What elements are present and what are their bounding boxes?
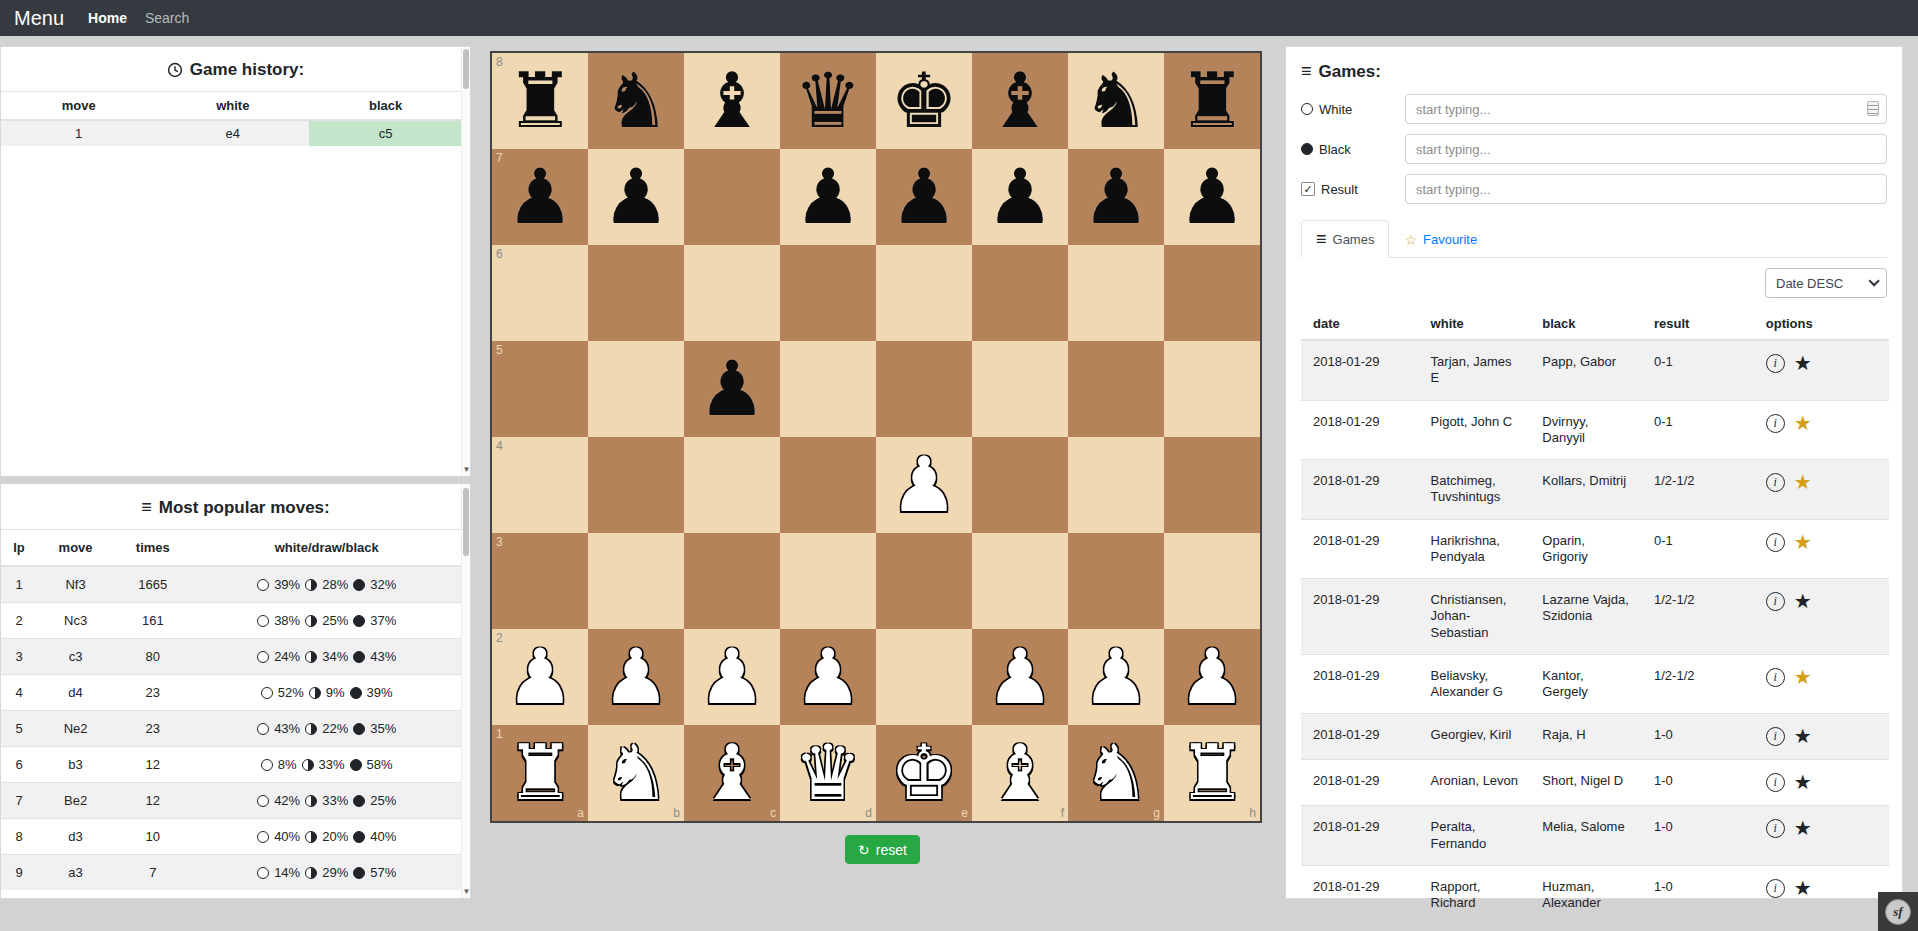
times-value: 161 [114,603,191,639]
black-rook[interactable]: ♜ [506,53,574,149]
black-move[interactable]: c5 [309,120,462,146]
move-number: 1 [1,120,156,146]
square-f1[interactable]: f♝ [972,725,1068,821]
info-icon[interactable]: i [1766,354,1785,373]
lp-value: 4 [1,675,37,711]
sort-select-value: Date DESC [1776,276,1843,291]
file-label-f: f [1061,806,1064,820]
square-a5[interactable]: 5 [492,341,588,437]
scrollbar[interactable]: ▼ [461,484,470,898]
d-percentage: 33% [322,793,348,808]
square-f5[interactable] [972,341,1068,437]
half-circle-icon [305,867,317,879]
nav-links: HomeSearch [88,10,207,26]
rank-label-6: 6 [496,247,503,261]
white-knight[interactable]: ♞ [1082,725,1150,821]
square-d1[interactable]: d♛ [780,725,876,821]
info-icon[interactable]: i [1766,473,1785,492]
lp-value: 1 [1,566,37,603]
wdb-cell: 42%33%25% [191,783,462,819]
rank-label-4: 4 [496,439,503,453]
filter-row-black: Black [1301,134,1887,164]
square-d2[interactable]: ♟ [780,629,876,725]
favourite-star-icon[interactable]: ★ [1794,773,1812,792]
chevron-down-icon [1868,275,1879,286]
scrollbar-thumb[interactable] [463,488,469,556]
file-label-h: h [1249,806,1256,820]
square-g7[interactable]: ♟ [1068,149,1164,245]
lp-value: 6 [1,747,37,783]
nav-link-home[interactable]: Home [88,10,127,26]
square-a1[interactable]: 1a♜ [492,725,588,821]
rank-label-7: 7 [496,151,503,165]
game-result: 0-1 [1642,340,1754,400]
square-f4[interactable] [972,437,1068,533]
square-c2[interactable]: ♟ [684,629,780,725]
white-circle-icon [261,759,273,771]
square-f7[interactable]: ♟ [972,149,1068,245]
square-b5[interactable] [588,341,684,437]
square-g6[interactable] [1068,245,1164,341]
black-pawn[interactable]: ♟ [1178,149,1246,245]
square-e6[interactable] [876,245,972,341]
favourite-star-icon[interactable]: ★ [1794,533,1812,552]
black-circle-icon [353,723,365,735]
w-percentage: 40% [274,829,300,844]
black-player: Raja, H [1530,714,1642,760]
square-a8[interactable]: 8♜ [492,53,588,149]
black-knight[interactable]: ♞ [1082,53,1150,149]
white-pawn[interactable]: ♟ [1082,629,1150,725]
square-e5[interactable] [876,341,972,437]
column-header-white: white [1419,308,1531,340]
black-circle-icon [353,579,365,591]
game-row: 2018-01-29Beliavsky, Alexander GKantor, … [1301,654,1889,714]
square-b2[interactable]: ♟ [588,629,684,725]
white-knight[interactable]: ♞ [602,725,670,821]
black-bishop[interactable]: ♝ [698,53,766,149]
options-cell: i★ [1754,340,1889,400]
half-circle-icon [305,615,317,627]
square-a6[interactable]: 6 [492,245,588,341]
game-date: 2018-01-29 [1301,654,1419,714]
popular-move-row: 3c38024%34%43% [1,639,462,675]
black-player: Lazarne Vajda, Szidonia [1530,579,1642,655]
column-header-move: move [1,92,156,121]
d-percentage: 33% [319,757,345,772]
move-value[interactable]: d4 [37,675,114,711]
file-label-b: b [673,806,680,820]
result-checkbox[interactable]: ✓ [1301,182,1315,196]
half-circle-icon [309,687,321,699]
square-h6[interactable] [1164,245,1260,341]
square-e4[interactable]: ♟ [876,437,972,533]
white-pawn[interactable]: ♟ [1178,629,1246,725]
column-header-white-draw-black: white/draw/black [191,530,462,567]
options-cell: i★ [1754,579,1889,655]
move-value[interactable]: Ne2 [37,711,114,747]
square-f8[interactable]: ♝ [972,53,1068,149]
game-result: 1-0 [1642,760,1754,806]
black-player: Huzman, Alexander [1530,865,1642,924]
favourite-star-icon[interactable]: ★ [1794,354,1812,373]
black-king[interactable]: ♚ [890,53,958,149]
square-h1[interactable]: h♜ [1164,725,1260,821]
file-label-a: a [577,806,584,820]
rank-label-2: 2 [496,631,503,645]
move-value[interactable]: Nc3 [37,603,114,639]
games-tabs: ≡Games☆Favourite [1301,220,1887,258]
popular-move-row: 6b3128%33%58% [1,747,462,783]
black-circle-icon [1301,143,1313,155]
sort-select[interactable]: Date DESC [1765,268,1887,298]
wdb-cell: 39%28%32% [191,566,462,603]
tab-favourite[interactable]: ☆Favourite [1389,220,1492,258]
navbar: Menu HomeSearch [0,0,1918,36]
filter-row-white: White [1301,94,1887,124]
popular-move-row: 8d31040%20%40% [1,819,462,855]
chess-board: 8♜♞♝♛♚♝♞♜7♟♟♟♟♟♟♟65♟4♟32♟♟♟♟♟♟♟1a♜b♞c♝d♛… [490,51,1262,823]
favourite-star-icon[interactable]: ★ [1794,592,1812,611]
black-player: Oparin, Grigoriy [1530,519,1642,579]
b-percentage: 40% [370,829,396,844]
square-e3[interactable] [876,533,972,629]
info-icon[interactable]: i [1766,414,1785,433]
black-circle-icon [350,759,362,771]
square-e8[interactable]: ♚ [876,53,972,149]
scrollbar-thumb[interactable] [463,49,469,89]
game-history-title-text: Game history: [190,60,304,80]
black-circle-icon [353,867,365,879]
times-value: 12 [114,747,191,783]
game-row: 2018-01-29Georgiev, KirilRaja, H1-0i★ [1301,714,1889,760]
white-pawn[interactable]: ♟ [506,629,574,725]
white-bishop[interactable]: ♝ [986,725,1054,821]
filter-row-result: ✓Result [1301,174,1887,204]
black-knight[interactable]: ♞ [602,53,670,149]
white-pawn[interactable]: ♟ [986,629,1054,725]
move-value[interactable]: c3 [37,639,114,675]
datalist-icon[interactable] [1867,101,1879,116]
result-filter-input[interactable] [1405,174,1887,204]
game-result: 0-1 [1642,519,1754,579]
square-b7[interactable]: ♟ [588,149,684,245]
square-h5[interactable] [1164,341,1260,437]
times-value: 10 [114,819,191,855]
column-header-move: move [37,530,114,567]
wdb-cell: 40%20%40% [191,819,462,855]
square-a4[interactable]: 4 [492,437,588,533]
b-percentage: 32% [370,577,396,592]
white-player: Christiansen, Johan-Sebastian [1419,579,1531,655]
games-filters: WhiteBlack✓Result [1301,94,1887,204]
games-panel-title: ≡ Games: [1301,61,1887,82]
square-d5[interactable] [780,341,876,437]
b-percentage: 39% [367,685,393,700]
black-player: Short, Nigel D [1530,760,1642,806]
white-queen[interactable]: ♛ [794,725,862,821]
white-pawn[interactable]: ♟ [794,629,862,725]
half-circle-icon [305,723,317,735]
half-circle-icon [305,795,317,807]
white-circle-icon [257,615,269,627]
reset-button[interactable]: ↻ reset [845,835,920,864]
square-h2[interactable]: ♟ [1164,629,1260,725]
square-b4[interactable] [588,437,684,533]
white-pawn[interactable]: ♟ [890,437,958,533]
game-row: 2018-01-29Harikrishna, PendyalaOparin, G… [1301,519,1889,579]
black-filter-input[interactable] [1405,134,1887,164]
options-cell: i★ [1754,760,1889,806]
games-table: datewhiteblackresultoptions 2018-01-29Ta… [1301,308,1889,924]
w-percentage: 42% [274,793,300,808]
game-history-row: 1e4c5 [1,120,462,146]
times-value: 1665 [114,566,191,603]
game-result: 1-0 [1642,865,1754,924]
list-icon: ≡ [1316,229,1327,250]
square-h7[interactable]: ♟ [1164,149,1260,245]
b-percentage: 58% [367,757,393,772]
square-c3[interactable] [684,533,780,629]
info-icon[interactable]: i [1766,727,1785,746]
square-c7[interactable] [684,149,780,245]
square-g3[interactable] [1068,533,1164,629]
menu-brand[interactable]: Menu [14,7,64,30]
game-row: 2018-01-29Peralta, FernandoMelia, Salome… [1301,806,1889,866]
square-d3[interactable] [780,533,876,629]
scroll-down-icon[interactable]: ▼ [462,464,471,476]
times-value: 7 [114,855,191,891]
wdb-cell: 52%9%39% [191,675,462,711]
game-history-header-row: movewhiteblack [1,92,462,121]
popular-move-row: 2Nc316138%25%37% [1,603,462,639]
favourite-star-icon[interactable]: ★ [1794,879,1812,898]
game-date: 2018-01-29 [1301,806,1419,866]
d-percentage: 29% [322,865,348,880]
square-c5[interactable]: ♟ [684,341,780,437]
file-label-g: g [1153,806,1160,820]
black-bishop[interactable]: ♝ [986,53,1054,149]
games-panel-title-text: Games: [1319,62,1381,82]
filter-label-text: Result [1321,182,1358,197]
popular-move-row: 9a3714%29%57% [1,855,462,891]
white-pawn[interactable]: ♟ [698,629,766,725]
popular-moves-header-row: lpmovetimeswhite/draw/black [1,530,462,567]
move-value[interactable]: Be2 [37,783,114,819]
square-h3[interactable] [1164,533,1260,629]
popular-move-row: 5Ne22343%22%35% [1,711,462,747]
favourite-star-icon[interactable]: ★ [1794,668,1812,687]
white-bishop[interactable]: ♝ [698,725,766,821]
black-pawn[interactable]: ♟ [1082,149,1150,245]
favourite-star-icon[interactable]: ★ [1794,414,1812,433]
black-pawn[interactable]: ♟ [794,149,862,245]
square-g2[interactable]: ♟ [1068,629,1164,725]
game-date: 2018-01-29 [1301,519,1419,579]
times-value: 23 [114,711,191,747]
popular-move-row: 4d42352%9%39% [1,675,462,711]
tab-label: Games [1333,232,1375,247]
black-circle-icon [353,651,365,663]
square-a2[interactable]: 2♟ [492,629,588,725]
square-c4[interactable] [684,437,780,533]
d-percentage: 34% [322,649,348,664]
lp-value: 9 [1,855,37,891]
column-header-black: black [309,92,462,121]
times-value: 23 [114,675,191,711]
white-pawn[interactable]: ♟ [602,629,670,725]
game-result: 1-0 [1642,714,1754,760]
white-filter-input[interactable] [1405,94,1887,124]
square-c1[interactable]: c♝ [684,725,780,821]
square-g1[interactable]: g♞ [1068,725,1164,821]
square-g5[interactable] [1068,341,1164,437]
move-value[interactable]: b3 [37,747,114,783]
square-f2[interactable]: ♟ [972,629,1068,725]
white-rook[interactable]: ♜ [1178,725,1246,821]
square-a7[interactable]: 7♟ [492,149,588,245]
w-percentage: 38% [274,613,300,628]
black-circle-icon [353,795,365,807]
list-icon: ≡ [1301,61,1312,82]
white-circle-icon [257,579,269,591]
file-label-c: c [770,806,776,820]
square-g8[interactable]: ♞ [1068,53,1164,149]
lp-value: 8 [1,819,37,855]
d-percentage: 22% [322,721,348,736]
game-result: 1/2-1/2 [1642,460,1754,520]
black-rook[interactable]: ♜ [1178,53,1246,149]
filter-label-white: White [1301,102,1405,117]
half-circle-icon [305,651,317,663]
scrollbar[interactable]: ▼ [461,47,470,476]
square-d7[interactable]: ♟ [780,149,876,245]
move-value[interactable]: d3 [37,819,114,855]
square-e1[interactable]: e♚ [876,725,972,821]
square-h8[interactable]: ♜ [1164,53,1260,149]
star-outline-icon: ☆ [1404,232,1417,248]
black-player: Melia, Salome [1530,806,1642,866]
half-circle-icon [302,759,314,771]
square-d6[interactable] [780,245,876,341]
scroll-down-icon[interactable]: ▼ [462,886,471,898]
game-row: 2018-01-29Aronian, LevonShort, Nigel D1-… [1301,760,1889,806]
tab-label: Favourite [1423,232,1477,247]
popular-moves-panel: ≡ Most popular moves: lpmovetimeswhite/d… [0,483,471,899]
game-result: 1-0 [1642,806,1754,866]
lp-value: 3 [1,639,37,675]
info-icon[interactable]: i [1766,773,1785,792]
favourite-star-icon[interactable]: ★ [1794,819,1812,838]
black-pawn[interactable]: ♟ [506,149,574,245]
white-move[interactable]: e4 [156,120,309,146]
info-icon[interactable]: i [1766,592,1785,611]
popular-moves-title-text: Most popular moves: [159,498,330,518]
square-b3[interactable] [588,533,684,629]
white-player: Tarjan, James E [1419,340,1531,400]
square-g4[interactable] [1068,437,1164,533]
square-e7[interactable]: ♟ [876,149,972,245]
square-c6[interactable] [684,245,780,341]
black-pawn[interactable]: ♟ [986,149,1054,245]
nav-link-search[interactable]: Search [145,10,189,26]
white-player: Pigott, John C [1419,400,1531,460]
wdb-cell: 24%34%43% [191,639,462,675]
square-a3[interactable]: 3 [492,533,588,629]
lp-value: 2 [1,603,37,639]
stockfish-logo: sf [1878,892,1918,931]
options-cell: i★ [1754,714,1889,760]
game-history-title: Game history: [1,47,470,91]
w-percentage: 8% [278,757,297,772]
white-king[interactable]: ♚ [890,725,958,821]
favourite-star-icon[interactable]: ★ [1794,727,1812,746]
white-circle-icon [257,867,269,879]
white-circle-icon [261,687,273,699]
square-f3[interactable] [972,533,1068,629]
black-queen[interactable]: ♛ [794,53,862,149]
info-icon[interactable]: i [1766,879,1785,898]
filter-label-black: Black [1301,142,1405,157]
square-d4[interactable] [780,437,876,533]
favourite-star-icon[interactable]: ★ [1794,473,1812,492]
half-circle-icon [305,579,317,591]
options-cell: i★ [1754,654,1889,714]
info-icon[interactable]: i [1766,819,1785,838]
games-panel: ≡ Games: WhiteBlack✓Result ≡Games☆Favour… [1285,46,1903,899]
square-f6[interactable] [972,245,1068,341]
black-player: Dvirnyy, Danyyil [1530,400,1642,460]
options-cell: i★ [1754,519,1889,579]
white-rook[interactable]: ♜ [506,725,574,821]
popular-moves-title: ≡ Most popular moves: [1,484,470,529]
square-c8[interactable]: ♝ [684,53,780,149]
w-percentage: 14% [274,865,300,880]
info-icon[interactable]: i [1766,668,1785,687]
column-header-white: white [156,92,309,121]
rank-label-8: 8 [496,55,503,69]
game-result: 1/2-1/2 [1642,579,1754,655]
white-player: Beliavsky, Alexander G [1419,654,1531,714]
filter-label-text: White [1319,102,1352,117]
tab-games[interactable]: ≡Games [1301,220,1389,258]
square-h4[interactable] [1164,437,1260,533]
square-d8[interactable]: ♛ [780,53,876,149]
white-circle-icon [257,723,269,735]
popular-move-row: 7Be21242%33%25% [1,783,462,819]
black-pawn[interactable]: ♟ [698,341,766,437]
info-icon[interactable]: i [1766,533,1785,552]
popular-moves-table: lpmovetimeswhite/draw/black1Nf3166539%28… [1,529,462,890]
square-b8[interactable]: ♞ [588,53,684,149]
black-pawn[interactable]: ♟ [602,149,670,245]
move-value[interactable]: a3 [37,855,114,891]
white-circle-icon [257,651,269,663]
square-e2[interactable] [876,629,972,725]
square-b1[interactable]: b♞ [588,725,684,821]
column-header-lp: lp [1,530,37,567]
file-label-e: e [961,806,968,820]
column-header-black: black [1530,308,1642,340]
game-result: 1/2-1/2 [1642,654,1754,714]
reset-button-label: reset [876,842,907,858]
move-value[interactable]: Nf3 [37,566,114,603]
w-percentage: 52% [278,685,304,700]
game-history-panel: Game history: movewhiteblack1e4c5 ▼ [0,46,471,477]
square-b6[interactable] [588,245,684,341]
options-cell: i★ [1754,460,1889,520]
black-pawn[interactable]: ♟ [890,149,958,245]
